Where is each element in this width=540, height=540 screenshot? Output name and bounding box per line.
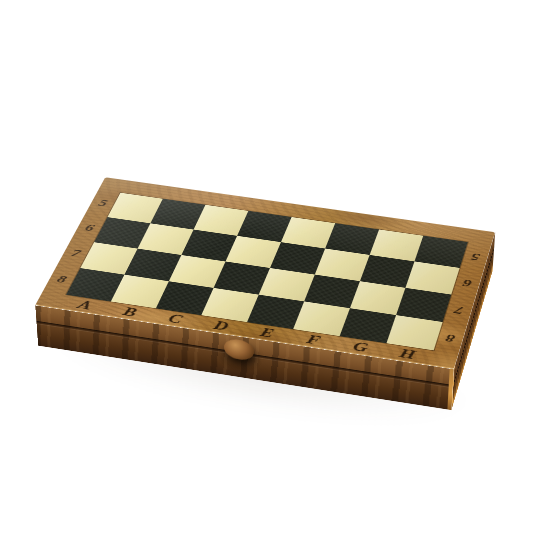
photo-background: 5678 5678 ABCDEFGH (0, 0, 540, 540)
board-square (156, 281, 214, 315)
board-square (405, 261, 459, 294)
board-square (293, 301, 350, 336)
board-square (201, 288, 258, 322)
chess-box: 5678 5678 ABCDEFGH (35, 177, 495, 369)
board-square (360, 255, 415, 288)
board-square (386, 315, 442, 350)
board-square (259, 268, 315, 301)
board-square (214, 261, 270, 294)
board-square (66, 268, 124, 301)
board-square (396, 288, 451, 322)
board-square (111, 275, 169, 309)
board-square (350, 281, 405, 315)
board-square (340, 308, 396, 343)
board-square (247, 295, 304, 329)
board-square (315, 249, 370, 282)
board-square (304, 275, 360, 309)
coordinate-label: 8 (43, 265, 80, 295)
board-square (270, 242, 325, 274)
